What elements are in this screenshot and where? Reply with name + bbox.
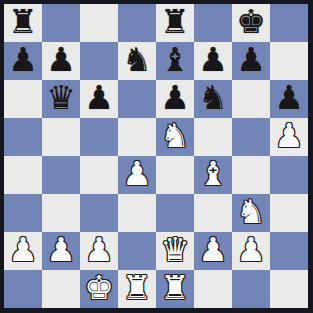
square-b6[interactable]: ♛	[42, 80, 80, 118]
piece-black-knight[interactable]: ♞	[122, 41, 152, 79]
square-f4[interactable]: ♝	[194, 156, 232, 194]
square-f6[interactable]: ♞	[194, 80, 232, 118]
square-g2[interactable]: ♟	[232, 232, 270, 270]
piece-white-pawn[interactable]: ♟	[274, 117, 304, 155]
square-g8[interactable]: ♚	[232, 4, 270, 42]
square-c3[interactable]	[80, 194, 118, 232]
square-d4[interactable]: ♟	[118, 156, 156, 194]
square-a4[interactable]	[4, 156, 42, 194]
square-c6[interactable]: ♟	[80, 80, 118, 118]
square-b1[interactable]	[42, 270, 80, 308]
piece-white-pawn[interactable]: ♟	[122, 155, 152, 193]
square-d8[interactable]	[118, 4, 156, 42]
square-f1[interactable]	[194, 270, 232, 308]
square-a3[interactable]	[4, 194, 42, 232]
square-b5[interactable]	[42, 118, 80, 156]
square-e4[interactable]	[156, 156, 194, 194]
square-h8[interactable]	[270, 4, 308, 42]
piece-black-pawn[interactable]: ♟	[84, 79, 114, 117]
square-e7[interactable]: ♝	[156, 42, 194, 80]
square-g6[interactable]	[232, 80, 270, 118]
piece-white-bishop[interactable]: ♝	[198, 155, 228, 193]
square-a5[interactable]	[4, 118, 42, 156]
piece-black-pawn[interactable]: ♟	[160, 79, 190, 117]
piece-black-bishop[interactable]: ♝	[160, 41, 190, 79]
square-c1[interactable]: ♚	[80, 270, 118, 308]
piece-white-knight[interactable]: ♞	[236, 193, 266, 231]
square-b3[interactable]	[42, 194, 80, 232]
chess-board: ♜♜♚♟♟♞♝♟♟♛♟♟♞♟♞♟♟♝♞♟♟♟♛♟♟♚♜♜	[4, 4, 308, 308]
piece-black-rook[interactable]: ♜	[8, 3, 38, 41]
square-e2[interactable]: ♛	[156, 232, 194, 270]
square-h1[interactable]	[270, 270, 308, 308]
square-e8[interactable]: ♜	[156, 4, 194, 42]
square-h4[interactable]	[270, 156, 308, 194]
square-c2[interactable]: ♟	[80, 232, 118, 270]
piece-black-king[interactable]: ♚	[236, 3, 266, 41]
square-f3[interactable]	[194, 194, 232, 232]
square-a1[interactable]	[4, 270, 42, 308]
piece-white-pawn[interactable]: ♟	[8, 231, 38, 269]
square-f5[interactable]	[194, 118, 232, 156]
piece-black-pawn[interactable]: ♟	[46, 41, 76, 79]
square-h7[interactable]	[270, 42, 308, 80]
square-d3[interactable]	[118, 194, 156, 232]
square-d5[interactable]	[118, 118, 156, 156]
piece-black-rook[interactable]: ♜	[160, 3, 190, 41]
piece-white-knight[interactable]: ♞	[160, 117, 190, 155]
piece-black-pawn[interactable]: ♟	[236, 41, 266, 79]
piece-white-pawn[interactable]: ♟	[198, 231, 228, 269]
piece-white-rook[interactable]: ♜	[160, 269, 190, 307]
square-h2[interactable]	[270, 232, 308, 270]
piece-white-queen[interactable]: ♛	[160, 231, 190, 269]
square-d1[interactable]: ♜	[118, 270, 156, 308]
piece-white-pawn[interactable]: ♟	[84, 231, 114, 269]
square-f7[interactable]: ♟	[194, 42, 232, 80]
square-b2[interactable]: ♟	[42, 232, 80, 270]
square-c4[interactable]	[80, 156, 118, 194]
square-a7[interactable]: ♟	[4, 42, 42, 80]
piece-black-pawn[interactable]: ♟	[274, 79, 304, 117]
square-g5[interactable]	[232, 118, 270, 156]
square-b8[interactable]	[42, 4, 80, 42]
piece-white-rook[interactable]: ♜	[122, 269, 152, 307]
square-d7[interactable]: ♞	[118, 42, 156, 80]
square-g4[interactable]	[232, 156, 270, 194]
chess-board-frame: ♜♜♚♟♟♞♝♟♟♛♟♟♞♟♞♟♟♝♞♟♟♟♛♟♟♚♜♜	[0, 0, 313, 313]
piece-black-queen[interactable]: ♛	[46, 79, 76, 117]
piece-white-pawn[interactable]: ♟	[46, 231, 76, 269]
square-e6[interactable]: ♟	[156, 80, 194, 118]
piece-white-pawn[interactable]: ♟	[236, 231, 266, 269]
square-a2[interactable]: ♟	[4, 232, 42, 270]
piece-black-knight[interactable]: ♞	[198, 79, 228, 117]
square-g7[interactable]: ♟	[232, 42, 270, 80]
square-c8[interactable]	[80, 4, 118, 42]
square-e1[interactable]: ♜	[156, 270, 194, 308]
square-a8[interactable]: ♜	[4, 4, 42, 42]
square-d6[interactable]	[118, 80, 156, 118]
square-g3[interactable]: ♞	[232, 194, 270, 232]
square-h3[interactable]	[270, 194, 308, 232]
square-b7[interactable]: ♟	[42, 42, 80, 80]
square-d2[interactable]	[118, 232, 156, 270]
square-b4[interactable]	[42, 156, 80, 194]
square-f2[interactable]: ♟	[194, 232, 232, 270]
piece-black-pawn[interactable]: ♟	[8, 41, 38, 79]
square-a6[interactable]	[4, 80, 42, 118]
square-c5[interactable]	[80, 118, 118, 156]
piece-white-king[interactable]: ♚	[84, 269, 114, 307]
piece-black-pawn[interactable]: ♟	[198, 41, 228, 79]
square-h5[interactable]: ♟	[270, 118, 308, 156]
square-f8[interactable]	[194, 4, 232, 42]
square-e5[interactable]: ♞	[156, 118, 194, 156]
square-e3[interactable]	[156, 194, 194, 232]
square-h6[interactable]: ♟	[270, 80, 308, 118]
square-g1[interactable]	[232, 270, 270, 308]
square-c7[interactable]	[80, 42, 118, 80]
